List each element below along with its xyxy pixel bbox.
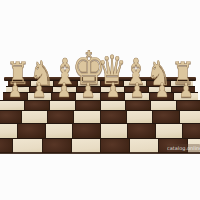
square-f7 xyxy=(43,139,71,154)
square-g4 xyxy=(25,101,49,110)
square-c4 xyxy=(126,101,150,110)
square-c5 xyxy=(127,111,152,123)
square-a5 xyxy=(180,111,200,123)
square-a4 xyxy=(177,101,200,110)
watermark: catalog.onliner.by xyxy=(167,144,200,152)
board-rank-4 xyxy=(0,100,200,110)
square-e5 xyxy=(74,111,99,123)
chess-set-product-photo: ♜♞♝♚♛♝♞♜♟♟♟♟♟♟♟♟ catalog.onliner.by xyxy=(0,0,200,200)
board-near-edge xyxy=(0,152,200,154)
square-b3 xyxy=(150,93,173,100)
square-d3 xyxy=(101,93,124,100)
square-e6 xyxy=(73,124,100,138)
square-h6 xyxy=(0,124,17,138)
square-h4 xyxy=(0,101,24,110)
square-d4 xyxy=(101,101,125,110)
square-f3 xyxy=(52,93,75,100)
square-a3 xyxy=(174,93,197,100)
square-c3 xyxy=(125,93,148,100)
board-rank-6 xyxy=(0,123,200,138)
square-f5 xyxy=(48,111,73,123)
board-rank-5 xyxy=(0,110,200,123)
square-b4 xyxy=(151,101,175,110)
board-rank-3 xyxy=(3,92,198,100)
square-h3 xyxy=(3,93,26,100)
square-g6 xyxy=(18,124,45,138)
square-e4 xyxy=(76,101,100,110)
square-f4 xyxy=(50,101,74,110)
square-d7 xyxy=(101,139,129,154)
square-d5 xyxy=(101,111,126,123)
chess-board xyxy=(0,77,200,153)
square-f6 xyxy=(46,124,73,138)
square-c6 xyxy=(128,124,155,138)
square-b5 xyxy=(153,111,178,123)
square-g7 xyxy=(13,139,41,154)
square-a6 xyxy=(183,124,200,138)
square-b6 xyxy=(156,124,183,138)
square-e3 xyxy=(76,93,99,100)
square-h7 xyxy=(0,139,12,154)
square-c7 xyxy=(130,139,158,154)
square-e7 xyxy=(72,139,100,154)
square-h5 xyxy=(0,111,21,123)
square-d6 xyxy=(101,124,128,138)
square-g5 xyxy=(22,111,47,123)
square-g3 xyxy=(28,93,51,100)
